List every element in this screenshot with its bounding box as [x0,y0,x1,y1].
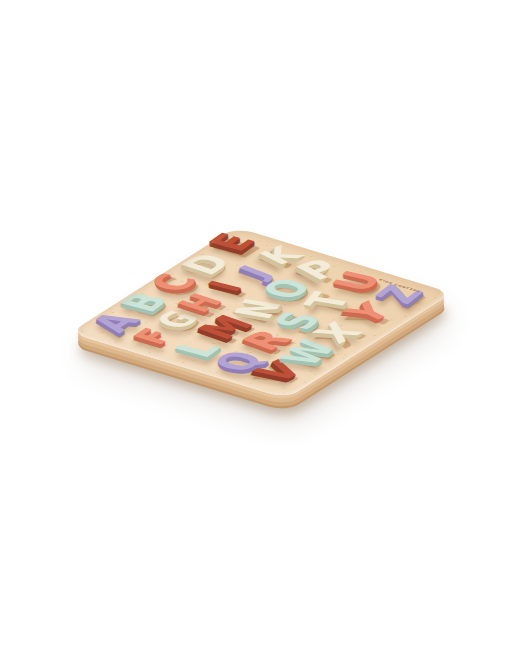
puzzle-board: AABBCCDDEEFFGGHHIIJJKKLLMMNNOOPPQQRRSSTT… [69,227,452,399]
product-photo-stage: AABBCCDDEEFFGGHHIIJJKKLLMMNNOOPPQQRRSSTT… [0,0,516,645]
letter-grid: AABBCCDDEEFFGGHHIIJJKKLLMMNNOOPPQQRRSSTT… [80,232,438,392]
